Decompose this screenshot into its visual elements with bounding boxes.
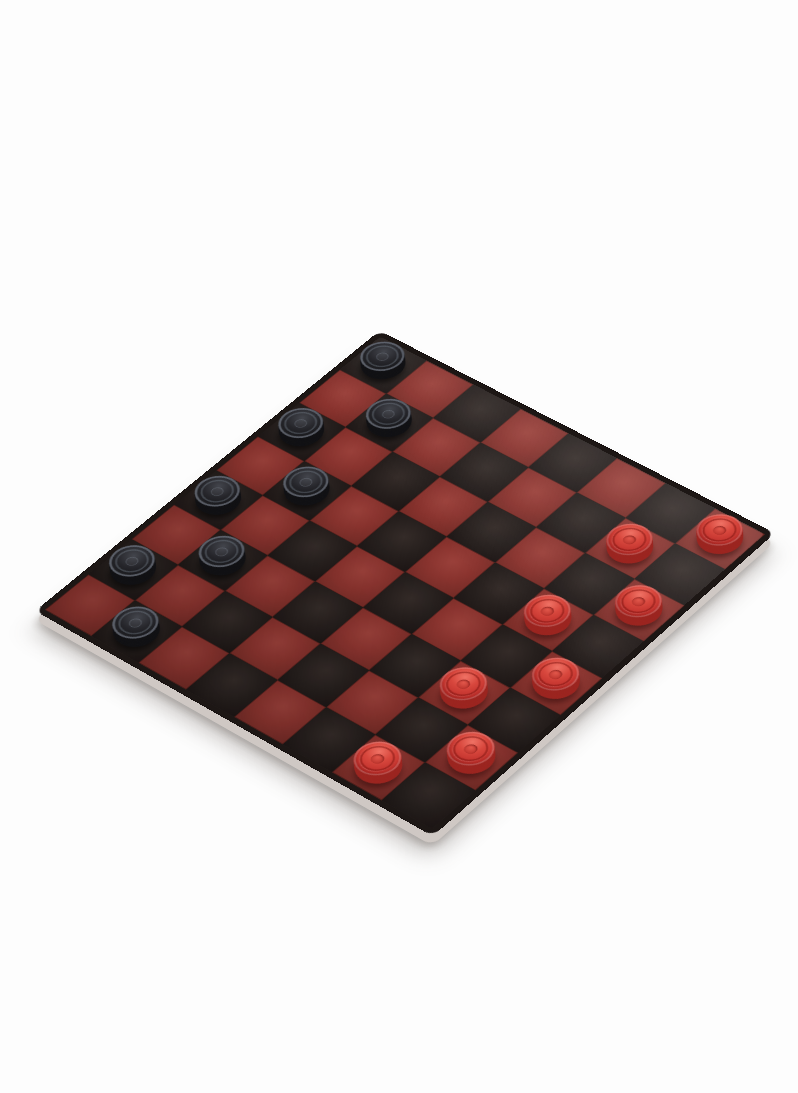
checker-piece-red[interactable]: [598, 526, 663, 570]
board-photo: [0, 0, 798, 1093]
checkers-board: [37, 332, 774, 836]
piece-top-face: [100, 539, 164, 583]
checker-piece-red[interactable]: [438, 734, 505, 781]
board-wrapper: [117, 284, 693, 860]
piece-top-face: [597, 518, 662, 562]
checker-piece-red[interactable]: [515, 597, 580, 642]
checker-piece-black[interactable]: [101, 548, 165, 592]
checker-piece-black[interactable]: [187, 479, 251, 522]
piece-top-face: [687, 508, 752, 552]
checker-piece-red[interactable]: [523, 660, 589, 706]
piece-top-face: [351, 336, 413, 377]
